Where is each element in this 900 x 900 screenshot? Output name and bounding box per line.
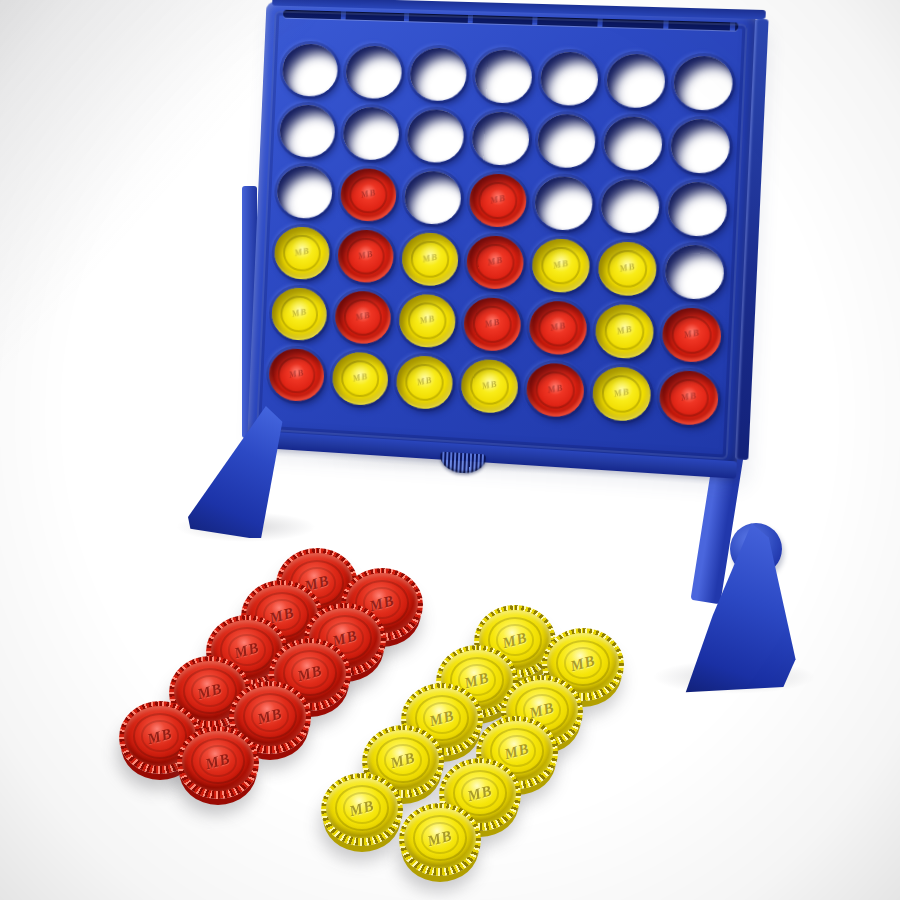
yellow-disc-in-board[interactable]: MB bbox=[594, 303, 654, 360]
mb-logo: MB bbox=[662, 323, 721, 344]
disc-face: MB bbox=[326, 778, 398, 838]
yellow-disc-in-board[interactable]: MB bbox=[271, 287, 328, 342]
yellow-disc-in-board[interactable]: MB bbox=[460, 358, 519, 414]
board-cell[interactable]: MB bbox=[397, 228, 464, 293]
board-cell[interactable] bbox=[402, 105, 470, 169]
board-cell[interactable]: MB bbox=[459, 292, 527, 357]
empty-hole[interactable] bbox=[345, 45, 403, 99]
empty-hole[interactable] bbox=[540, 51, 600, 106]
empty-hole[interactable] bbox=[342, 106, 400, 161]
board-cell[interactable]: MB bbox=[587, 361, 657, 427]
yellow-disc-in-board[interactable]: MB bbox=[273, 226, 330, 281]
mb-logo: MB bbox=[526, 378, 584, 398]
mb-logo: MB bbox=[592, 382, 651, 403]
empty-hole[interactable] bbox=[606, 53, 666, 108]
mb-logo: MB bbox=[467, 251, 524, 272]
board-grid: MBMBMBMBMBMBMBMBMBMBMBMBMBMBMBMBMBMBMBMB… bbox=[264, 39, 739, 432]
empty-hole[interactable] bbox=[600, 178, 660, 234]
board-cell[interactable] bbox=[660, 240, 730, 306]
mb-logo: MB bbox=[366, 743, 440, 778]
empty-hole[interactable] bbox=[537, 113, 597, 168]
red-disc-in-board[interactable]: MB bbox=[658, 369, 719, 426]
yellow-disc-in-board[interactable]: MB bbox=[398, 293, 456, 349]
red-disc-in-board[interactable]: MB bbox=[468, 173, 527, 228]
board-cell[interactable]: MB bbox=[267, 282, 333, 346]
board-cell[interactable]: MB bbox=[391, 350, 458, 415]
board-cell[interactable]: MB bbox=[394, 289, 461, 354]
yellow-disc-in-board[interactable]: MB bbox=[395, 355, 453, 411]
board-cell[interactable] bbox=[599, 112, 669, 177]
board-cell[interactable] bbox=[272, 161, 338, 225]
mb-logo: MB bbox=[546, 646, 620, 681]
board-cell[interactable] bbox=[400, 166, 468, 230]
board-cell[interactable] bbox=[470, 45, 538, 109]
mb-logo: MB bbox=[402, 247, 459, 268]
mb-logo: MB bbox=[340, 183, 396, 204]
board-cell[interactable] bbox=[666, 114, 737, 180]
mb-logo: MB bbox=[396, 371, 453, 391]
board-cell[interactable]: MB bbox=[464, 169, 532, 234]
mb-logo: MB bbox=[274, 241, 330, 262]
board-cell[interactable]: MB bbox=[456, 354, 524, 420]
mb-logo: MB bbox=[529, 316, 587, 337]
connect-four-board: MBMBMBMBMBMBMBMBMBMBMBMBMBMBMBMBMBMBMBMB… bbox=[247, 1, 757, 469]
board-cell[interactable] bbox=[663, 177, 733, 243]
empty-hole[interactable] bbox=[670, 118, 731, 174]
board-cell[interactable]: MB bbox=[521, 358, 590, 424]
board-cell[interactable]: MB bbox=[333, 225, 400, 289]
red-disc-in-board[interactable]: MB bbox=[526, 362, 585, 419]
empty-hole[interactable] bbox=[667, 181, 728, 237]
board-cell[interactable]: MB bbox=[462, 231, 530, 296]
mb-logo: MB bbox=[532, 254, 590, 275]
board-cell[interactable]: MB bbox=[654, 365, 724, 432]
disc-face: MB bbox=[404, 808, 476, 868]
mb-logo: MB bbox=[469, 189, 526, 210]
mb-logo: MB bbox=[464, 313, 521, 334]
release-slider-knob[interactable] bbox=[440, 452, 486, 475]
red-disc-in-board[interactable]: MB bbox=[334, 290, 392, 345]
mb-logo: MB bbox=[598, 257, 657, 278]
red-disc-in-board[interactable]: MB bbox=[268, 347, 325, 402]
board-cell[interactable] bbox=[405, 43, 473, 107]
board-cell[interactable]: MB bbox=[330, 286, 397, 351]
board-cell[interactable]: MB bbox=[593, 237, 663, 303]
yellow-disc-in-board[interactable]: MB bbox=[331, 351, 389, 407]
mb-logo: MB bbox=[399, 309, 456, 330]
empty-hole[interactable] bbox=[282, 43, 339, 97]
empty-hole[interactable] bbox=[673, 55, 734, 111]
bottom-rail bbox=[251, 431, 737, 479]
board-frame: MBMBMBMBMBMBMBMBMBMBMBMBMBMBMBMBMBMBMBMB… bbox=[247, 1, 757, 469]
board-cell[interactable]: MB bbox=[336, 163, 403, 227]
board-cell[interactable] bbox=[341, 41, 408, 104]
board-cell[interactable] bbox=[467, 107, 535, 171]
mb-logo: MB bbox=[659, 386, 718, 407]
board-cell[interactable] bbox=[535, 47, 604, 112]
empty-hole[interactable] bbox=[404, 170, 462, 225]
mb-logo: MB bbox=[325, 791, 399, 826]
empty-hole[interactable] bbox=[664, 244, 725, 301]
board-cell[interactable]: MB bbox=[269, 222, 335, 286]
board-cell[interactable] bbox=[669, 51, 740, 116]
board-cell[interactable] bbox=[278, 39, 344, 102]
empty-hole[interactable] bbox=[471, 111, 530, 166]
mb-logo: MB bbox=[595, 320, 654, 341]
red-disc-in-board[interactable]: MB bbox=[661, 307, 722, 364]
board-cell[interactable]: MB bbox=[524, 296, 593, 362]
board-cell[interactable]: MB bbox=[657, 302, 727, 369]
mb-logo: MB bbox=[272, 302, 328, 322]
red-disc-in-board[interactable]: MB bbox=[340, 168, 398, 223]
empty-hole[interactable] bbox=[406, 109, 464, 164]
empty-hole[interactable] bbox=[474, 49, 533, 104]
yellow-disc-in-board[interactable]: MB bbox=[592, 366, 652, 423]
mb-logo: MB bbox=[335, 306, 391, 326]
disc-face: MB bbox=[182, 731, 254, 791]
yellow-disc-in-board[interactable]: MB bbox=[401, 232, 459, 287]
board-cell[interactable] bbox=[602, 49, 672, 114]
yellow-tray-disc[interactable]: MB bbox=[321, 773, 403, 846]
yellow-disc-in-board[interactable]: MB bbox=[597, 241, 657, 297]
board-cell[interactable] bbox=[275, 100, 341, 163]
board-cell[interactable] bbox=[533, 109, 602, 174]
empty-hole[interactable] bbox=[276, 165, 333, 219]
mb-logo: MB bbox=[269, 364, 325, 384]
empty-hole[interactable] bbox=[279, 104, 336, 158]
empty-hole[interactable] bbox=[409, 47, 467, 102]
yellow-tray-disc[interactable]: MB bbox=[399, 803, 481, 876]
board-cell[interactable]: MB bbox=[327, 347, 394, 412]
red-disc-in-board[interactable]: MB bbox=[337, 229, 395, 284]
board-cell[interactable]: MB bbox=[527, 234, 596, 299]
product-photo-stage: MBMBMBMBMBMBMBMBMBMBMBMBMBMBMBMBMBMBMBMB… bbox=[0, 0, 900, 900]
board-cell[interactable] bbox=[530, 171, 599, 236]
board-cell[interactable] bbox=[596, 174, 666, 240]
mb-logo: MB bbox=[181, 744, 255, 779]
mb-logo: MB bbox=[338, 244, 394, 265]
board-cell[interactable] bbox=[338, 102, 405, 166]
red-disc-in-board[interactable]: MB bbox=[463, 296, 522, 352]
red-disc-in-board[interactable]: MB bbox=[466, 235, 525, 291]
red-tray-disc[interactable]: MB bbox=[177, 726, 259, 799]
empty-hole[interactable] bbox=[603, 116, 663, 172]
yellow-disc-in-board[interactable]: MB bbox=[531, 238, 591, 294]
empty-hole[interactable] bbox=[534, 176, 594, 232]
mb-logo: MB bbox=[403, 821, 477, 856]
red-disc-in-board[interactable]: MB bbox=[528, 300, 587, 356]
mb-logo: MB bbox=[332, 367, 388, 387]
board-cell[interactable]: MB bbox=[264, 343, 330, 408]
board-cell[interactable]: MB bbox=[590, 299, 660, 365]
board-right-edge bbox=[735, 19, 769, 460]
mb-logo: MB bbox=[233, 699, 307, 734]
mb-logo: MB bbox=[461, 375, 518, 395]
